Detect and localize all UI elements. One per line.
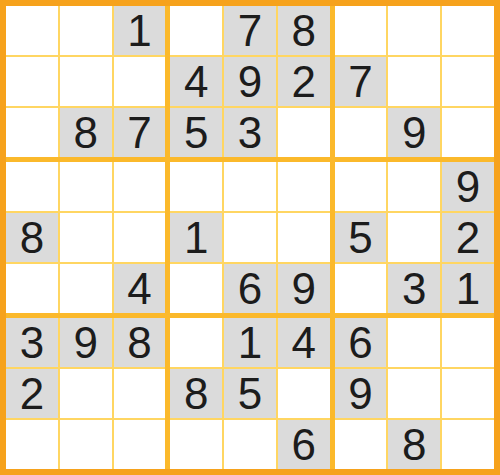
cell-r6c9[interactable]: 1	[442, 264, 494, 313]
cell-r8c1[interactable]: 2	[6, 369, 58, 418]
cell-r9c4[interactable]	[170, 420, 222, 469]
cell-r4c5[interactable]	[224, 162, 276, 211]
cell-r3c1[interactable]	[6, 108, 58, 157]
cell-r2c6[interactable]: 2	[278, 57, 330, 106]
cell-r1c8[interactable]	[388, 6, 440, 55]
cell-r9c5[interactable]	[224, 420, 276, 469]
cell-r2c2[interactable]	[60, 57, 112, 106]
cell-r1c9[interactable]	[442, 6, 494, 55]
block-3-1: 3982	[6, 318, 165, 469]
cell-r7c8[interactable]	[388, 318, 440, 367]
cell-r7c4[interactable]	[170, 318, 222, 367]
cell-r4c6[interactable]	[278, 162, 330, 211]
cell-r6c3[interactable]: 4	[114, 264, 166, 313]
block-1-2: 7849253	[170, 6, 329, 157]
cell-r2c1[interactable]	[6, 57, 58, 106]
cell-r6c1[interactable]	[6, 264, 58, 313]
cell-r3c8[interactable]: 9	[388, 108, 440, 157]
cell-r6c6[interactable]: 9	[278, 264, 330, 313]
cell-r6c4[interactable]	[170, 264, 222, 313]
cell-r9c3[interactable]	[114, 420, 166, 469]
cell-r5c8[interactable]	[388, 213, 440, 262]
cell-r5c1[interactable]: 8	[6, 213, 58, 262]
block-1-3: 79	[335, 6, 494, 157]
cell-r8c8[interactable]	[388, 369, 440, 418]
cell-r5c9[interactable]: 2	[442, 213, 494, 262]
cell-r4c8[interactable]	[388, 162, 440, 211]
cell-r7c1[interactable]: 3	[6, 318, 58, 367]
cell-r5c5[interactable]	[224, 213, 276, 262]
cell-r4c7[interactable]	[335, 162, 387, 211]
cell-r5c7[interactable]: 5	[335, 213, 387, 262]
block-2-3: 95231	[335, 162, 494, 313]
cell-r1c7[interactable]	[335, 6, 387, 55]
block-2-1: 84	[6, 162, 165, 313]
cell-r7c9[interactable]	[442, 318, 494, 367]
cell-r9c2[interactable]	[60, 420, 112, 469]
cell-r6c8[interactable]: 3	[388, 264, 440, 313]
cell-r2c8[interactable]	[388, 57, 440, 106]
cell-r3c6[interactable]	[278, 108, 330, 157]
cell-r3c7[interactable]	[335, 108, 387, 157]
cell-r1c3[interactable]: 1	[114, 6, 166, 55]
cell-r6c7[interactable]	[335, 264, 387, 313]
cell-r3c2[interactable]: 8	[60, 108, 112, 157]
cell-r2c9[interactable]	[442, 57, 494, 106]
cell-r5c2[interactable]	[60, 213, 112, 262]
cell-r9c6[interactable]: 6	[278, 420, 330, 469]
cell-r1c2[interactable]	[60, 6, 112, 55]
cell-r9c1[interactable]	[6, 420, 58, 469]
cell-r7c3[interactable]: 8	[114, 318, 166, 367]
cell-r1c6[interactable]: 8	[278, 6, 330, 55]
block-2-2: 169	[170, 162, 329, 313]
cell-r4c9[interactable]: 9	[442, 162, 494, 211]
sudoku-board: 1877849253798416995231398214856698	[0, 0, 500, 475]
cell-r4c1[interactable]	[6, 162, 58, 211]
cell-r9c9[interactable]	[442, 420, 494, 469]
cell-r8c2[interactable]	[60, 369, 112, 418]
block-1-1: 187	[6, 6, 165, 157]
cell-r4c4[interactable]	[170, 162, 222, 211]
cell-r8c9[interactable]	[442, 369, 494, 418]
cell-r7c2[interactable]: 9	[60, 318, 112, 367]
cell-r8c5[interactable]: 5	[224, 369, 276, 418]
cell-r6c2[interactable]	[60, 264, 112, 313]
cell-r1c4[interactable]	[170, 6, 222, 55]
block-3-3: 698	[335, 318, 494, 469]
cell-r5c6[interactable]	[278, 213, 330, 262]
cell-r6c5[interactable]: 6	[224, 264, 276, 313]
cell-r3c4[interactable]: 5	[170, 108, 222, 157]
cell-r2c4[interactable]: 4	[170, 57, 222, 106]
cell-r9c8[interactable]: 8	[388, 420, 440, 469]
cell-r1c5[interactable]: 7	[224, 6, 276, 55]
cell-r2c7[interactable]: 7	[335, 57, 387, 106]
cell-r7c5[interactable]: 1	[224, 318, 276, 367]
cell-r4c3[interactable]	[114, 162, 166, 211]
cell-r3c3[interactable]: 7	[114, 108, 166, 157]
cell-r3c5[interactable]: 3	[224, 108, 276, 157]
cell-r7c6[interactable]: 4	[278, 318, 330, 367]
cell-r8c4[interactable]: 8	[170, 369, 222, 418]
cell-r8c6[interactable]	[278, 369, 330, 418]
cell-r5c4[interactable]: 1	[170, 213, 222, 262]
cell-r8c7[interactable]: 9	[335, 369, 387, 418]
cell-r7c7[interactable]: 6	[335, 318, 387, 367]
cell-r4c2[interactable]	[60, 162, 112, 211]
cell-r3c9[interactable]	[442, 108, 494, 157]
cell-r8c3[interactable]	[114, 369, 166, 418]
block-3-2: 14856	[170, 318, 329, 469]
cell-r2c5[interactable]: 9	[224, 57, 276, 106]
cell-r1c1[interactable]	[6, 6, 58, 55]
cell-r5c3[interactable]	[114, 213, 166, 262]
cell-r9c7[interactable]	[335, 420, 387, 469]
cell-r2c3[interactable]	[114, 57, 166, 106]
